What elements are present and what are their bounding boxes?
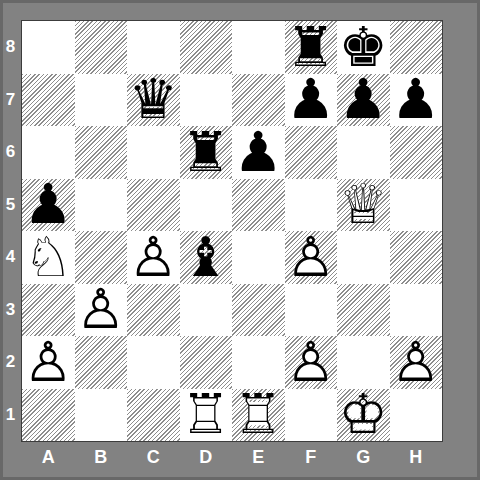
square-g2[interactable] [337,336,390,389]
piece-black-pawn[interactable]: ♙♟ [285,74,338,127]
white-pawn-glyph: ♙ [22,336,75,389]
white-pawn-fill-layer: ♟ [390,336,443,389]
chess-board: ♖♜♔♚♕♛♙♟♙♟♙♟♖♜♙♟♙♟♛♕♞♘♟♙♗♝♟♙♟♙♟♙♟♙♟♙♜♖♜♖… [21,20,443,442]
square-d6[interactable]: ♖♜ [180,126,233,179]
white-queen-fill-layer: ♛ [337,179,390,232]
square-g5[interactable]: ♛♕ [337,179,390,232]
piece-black-queen[interactable]: ♕♛ [127,74,180,127]
square-b6[interactable] [75,126,128,179]
square-g7[interactable]: ♙♟ [337,74,390,127]
square-c5[interactable] [127,179,180,232]
square-h3[interactable] [390,284,443,337]
black-pawn-glyph: ♟ [285,74,338,127]
black-pawn-fill-layer: ♙ [390,74,443,127]
square-c1[interactable] [127,389,180,442]
square-h5[interactable] [390,179,443,232]
square-b1[interactable] [75,389,128,442]
square-e1[interactable]: ♜♖ [232,389,285,442]
black-queen-glyph: ♛ [127,74,180,127]
white-pawn-fill-layer: ♟ [127,231,180,284]
piece-black-pawn[interactable]: ♙♟ [337,74,390,127]
white-knight-glyph: ♘ [22,231,75,284]
white-knight-fill-layer: ♞ [22,231,75,284]
piece-white-rook[interactable]: ♜♖ [180,389,233,442]
rank-label-8: 8 [0,21,21,74]
square-f6[interactable] [285,126,338,179]
black-bishop-fill-layer: ♗ [180,231,233,284]
white-king-fill-layer: ♚ [337,389,390,442]
square-e4[interactable] [232,231,285,284]
black-pawn-glyph: ♟ [337,74,390,127]
square-h2[interactable]: ♟♙ [390,336,443,389]
black-king-fill-layer: ♔ [337,21,390,74]
square-d7[interactable] [180,74,233,127]
square-a7[interactable] [22,74,75,127]
square-b2[interactable] [75,336,128,389]
black-rook-fill-layer: ♖ [285,21,338,74]
square-f2[interactable]: ♟♙ [285,336,338,389]
piece-black-rook[interactable]: ♖♜ [285,21,338,74]
piece-white-pawn[interactable]: ♟♙ [127,231,180,284]
piece-white-knight[interactable]: ♞♘ [22,231,75,284]
square-b3[interactable]: ♟♙ [75,284,128,337]
piece-white-pawn[interactable]: ♟♙ [75,284,128,337]
white-pawn-glyph: ♙ [127,231,180,284]
square-a5[interactable]: ♙♟ [22,179,75,232]
white-pawn-fill-layer: ♟ [285,231,338,284]
rank-label-7: 7 [0,74,21,127]
square-h4[interactable] [390,231,443,284]
square-a4[interactable]: ♞♘ [22,231,75,284]
square-d3[interactable] [180,284,233,337]
square-e7[interactable] [232,74,285,127]
square-f1[interactable] [285,389,338,442]
square-g4[interactable] [337,231,390,284]
file-label-D: D [180,443,233,477]
file-label-H: H [390,443,443,477]
white-rook-fill-layer: ♜ [180,389,233,442]
square-g3[interactable] [337,284,390,337]
file-label-B: B [75,443,128,477]
white-pawn-glyph: ♙ [285,231,338,284]
black-pawn-fill-layer: ♙ [22,179,75,232]
file-label-F: F [285,443,338,477]
square-c6[interactable] [127,126,180,179]
black-rook-glyph: ♜ [180,126,233,179]
black-pawn-glyph: ♟ [232,126,285,179]
square-e5[interactable] [232,179,285,232]
rank-label-1: 1 [0,389,21,442]
square-c2[interactable] [127,336,180,389]
rank-label-3: 3 [0,284,21,337]
square-e3[interactable] [232,284,285,337]
piece-black-bishop[interactable]: ♗♝ [180,231,233,284]
square-h6[interactable] [390,126,443,179]
white-rook-fill-layer: ♜ [232,389,285,442]
rank-label-2: 2 [0,336,21,389]
black-pawn-fill-layer: ♙ [285,74,338,127]
white-pawn-fill-layer: ♟ [285,336,338,389]
square-c3[interactable] [127,284,180,337]
white-pawn-fill-layer: ♟ [22,336,75,389]
square-h7[interactable]: ♙♟ [390,74,443,127]
square-g8[interactable]: ♔♚ [337,21,390,74]
piece-white-pawn[interactable]: ♟♙ [22,336,75,389]
square-c8[interactable] [127,21,180,74]
square-h8[interactable] [390,21,443,74]
square-d2[interactable] [180,336,233,389]
black-pawn-glyph: ♟ [390,74,443,127]
white-king-glyph: ♔ [337,389,390,442]
black-rook-fill-layer: ♖ [180,126,233,179]
square-a8[interactable] [22,21,75,74]
white-rook-glyph: ♖ [232,389,285,442]
file-label-G: G [337,443,390,477]
square-g6[interactable] [337,126,390,179]
square-b5[interactable] [75,179,128,232]
rank-label-6: 6 [0,126,21,179]
square-h1[interactable] [390,389,443,442]
square-a1[interactable] [22,389,75,442]
square-e2[interactable] [232,336,285,389]
piece-black-king[interactable]: ♔♚ [337,21,390,74]
piece-white-pawn[interactable]: ♟♙ [390,336,443,389]
white-rook-glyph: ♖ [180,389,233,442]
square-b4[interactable] [75,231,128,284]
white-queen-glyph: ♕ [337,179,390,232]
square-f3[interactable] [285,284,338,337]
file-label-A: A [22,443,75,477]
black-rook-glyph: ♜ [285,21,338,74]
white-pawn-glyph: ♙ [390,336,443,389]
piece-white-pawn[interactable]: ♟♙ [285,336,338,389]
square-f7[interactable]: ♙♟ [285,74,338,127]
black-pawn-fill-layer: ♙ [337,74,390,127]
square-d5[interactable] [180,179,233,232]
piece-black-pawn[interactable]: ♙♟ [390,74,443,127]
piece-white-pawn[interactable]: ♟♙ [285,231,338,284]
square-f5[interactable] [285,179,338,232]
piece-black-pawn[interactable]: ♙♟ [22,179,75,232]
square-b7[interactable] [75,74,128,127]
file-label-C: C [127,443,180,477]
square-f4[interactable]: ♟♙ [285,231,338,284]
piece-black-pawn[interactable]: ♙♟ [232,126,285,179]
white-pawn-fill-layer: ♟ [75,284,128,337]
file-label-E: E [232,443,285,477]
square-a2[interactable]: ♟♙ [22,336,75,389]
piece-white-queen[interactable]: ♛♕ [337,179,390,232]
file-labels: ABCDEFGH [22,443,442,477]
square-c4[interactable]: ♟♙ [127,231,180,284]
square-g1[interactable]: ♚♔ [337,389,390,442]
square-d1[interactable]: ♜♖ [180,389,233,442]
chess-diagram-frame: 87654321 ♖♜♔♚♕♛♙♟♙♟♙♟♖♜♙♟♙♟♛♕♞♘♟♙♗♝♟♙♟♙♟… [0,0,480,480]
square-b8[interactable] [75,21,128,74]
square-e6[interactable]: ♙♟ [232,126,285,179]
piece-black-rook[interactable]: ♖♜ [180,126,233,179]
black-king-glyph: ♚ [337,21,390,74]
piece-white-king[interactable]: ♚♔ [337,389,390,442]
black-pawn-fill-layer: ♙ [232,126,285,179]
square-a3[interactable] [22,284,75,337]
piece-white-rook[interactable]: ♜♖ [232,389,285,442]
rank-label-4: 4 [0,231,21,284]
square-c7[interactable]: ♕♛ [127,74,180,127]
square-d8[interactable] [180,21,233,74]
black-pawn-glyph: ♟ [22,179,75,232]
square-f8[interactable]: ♖♜ [285,21,338,74]
rank-label-5: 5 [0,179,21,232]
square-e8[interactable] [232,21,285,74]
square-d4[interactable]: ♗♝ [180,231,233,284]
white-pawn-glyph: ♙ [285,336,338,389]
black-bishop-glyph: ♝ [180,231,233,284]
white-pawn-glyph: ♙ [75,284,128,337]
black-queen-fill-layer: ♕ [127,74,180,127]
square-a6[interactable] [22,126,75,179]
rank-labels: 87654321 [0,21,21,441]
